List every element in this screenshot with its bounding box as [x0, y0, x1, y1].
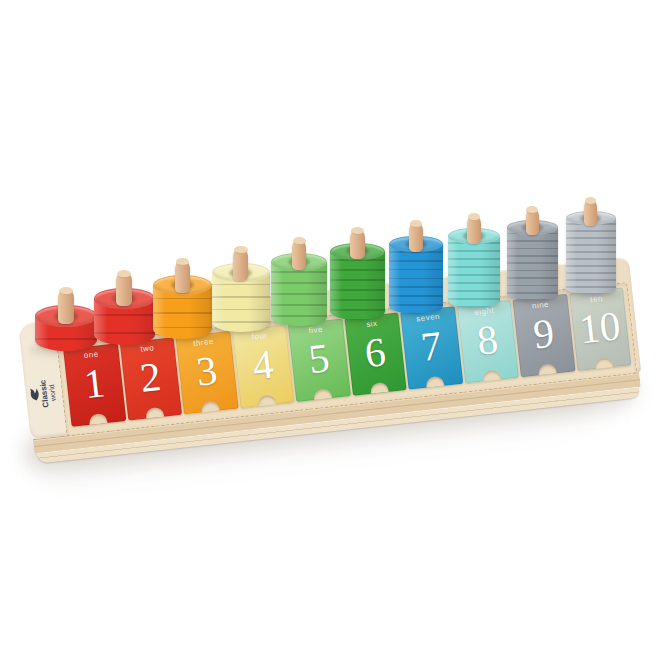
wooden-peg	[350, 230, 364, 260]
tile-finger-notch	[89, 413, 108, 425]
wooden-peg	[526, 209, 539, 236]
ring-stack-side	[389, 244, 443, 314]
peg-top-face	[351, 227, 364, 235]
tile-finger-notch	[482, 370, 501, 382]
ring-stack-7[interactable]	[389, 236, 443, 314]
wooden-peg	[58, 290, 74, 324]
tile-number: 1	[65, 356, 124, 410]
peg-top-face	[410, 220, 423, 228]
tile-finger-notch	[594, 357, 613, 369]
brand-logo: Classic world	[27, 370, 71, 416]
tile-number: 4	[233, 338, 292, 392]
peg-top-face	[234, 246, 247, 254]
wooden-peg	[292, 240, 307, 270]
tile-finger-notch	[313, 388, 332, 400]
ring-stack-5[interactable]	[271, 253, 328, 326]
tile-number: 7	[402, 319, 461, 373]
tile-finger-notch	[257, 394, 276, 406]
number-tile-4[interactable]: four4	[232, 325, 295, 409]
ring-stack-side	[448, 236, 501, 308]
peg-top-face	[526, 206, 538, 214]
ring-stack-side	[566, 218, 616, 295]
ring-stack-side	[271, 262, 328, 326]
number-tile-10[interactable]: ten10	[569, 288, 632, 372]
brand-line2: world	[48, 384, 58, 402]
tile-number: 9	[514, 307, 573, 361]
tile-finger-notch	[426, 376, 445, 388]
tile-finger-notch	[370, 382, 389, 394]
wooden-peg	[467, 216, 481, 244]
peg-top-face	[117, 270, 131, 278]
peg-top-face	[293, 237, 306, 245]
number-tile-5[interactable]: five5	[288, 319, 351, 403]
wooden-peg	[584, 200, 597, 226]
ring-stack-6[interactable]	[330, 243, 385, 321]
tile-number: 8	[458, 313, 517, 367]
peg-top-face	[176, 258, 190, 266]
wooden-peg	[409, 223, 423, 252]
tile-number: 6	[345, 325, 404, 379]
ring-stack-3[interactable]	[153, 275, 212, 339]
ring-stack-side	[507, 227, 558, 301]
peg-top-face	[59, 287, 73, 295]
tile-finger-notch	[201, 401, 220, 413]
number-tile-9[interactable]: nine9	[512, 294, 575, 378]
tile-finger-notch	[538, 363, 557, 375]
peg-top-face	[468, 213, 480, 221]
ring-stack-2[interactable]	[94, 288, 155, 345]
ring-stack-4[interactable]	[212, 263, 270, 332]
wooden-peg	[233, 249, 248, 280]
tile-number: 3	[177, 344, 236, 398]
ring-stack-9[interactable]	[507, 220, 558, 301]
ring-stack-side	[330, 251, 385, 320]
peg-top-face	[585, 197, 597, 205]
ring-stack-8[interactable]	[448, 228, 501, 308]
tile-finger-notch	[145, 407, 164, 419]
ring-stack-10[interactable]	[566, 211, 616, 295]
tile-number: 10	[570, 300, 629, 354]
tile-number: 2	[121, 350, 180, 404]
tile-number: 5	[289, 331, 348, 385]
wooden-peg	[116, 273, 132, 306]
product-photo-stage: Classic world one1two2three3four4five5si…	[0, 0, 660, 660]
wooden-peg	[175, 261, 190, 293]
